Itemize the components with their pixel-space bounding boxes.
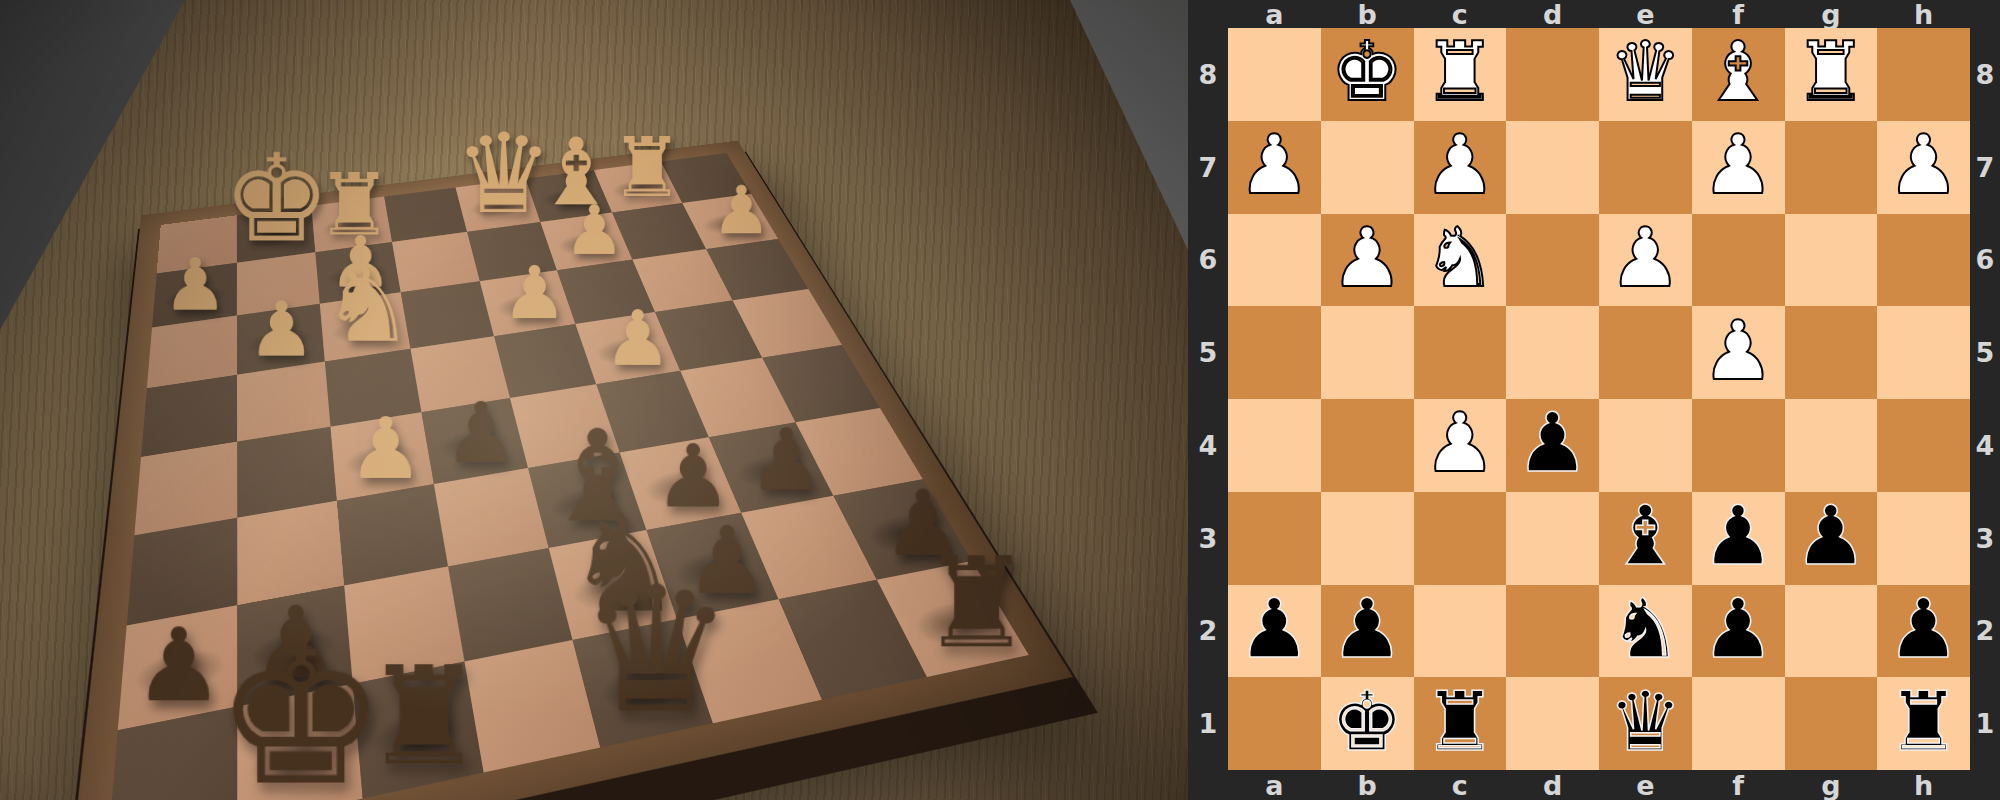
- square-a1[interactable]: [1228, 677, 1321, 770]
- photo-square-b8: ♚: [237, 206, 315, 263]
- file-label-bottom-e: e: [1599, 770, 1692, 800]
- square-e3[interactable]: ♝: [1599, 492, 1692, 585]
- rank-label-right-1: 1: [1970, 677, 2000, 770]
- corner-top-right: [1970, 0, 2000, 28]
- photo-black-rook: ♜: [920, 546, 1032, 661]
- rank-label-left-3: 3: [1188, 492, 1228, 585]
- square-d3[interactable]: [1506, 492, 1599, 585]
- file-label-top-d: d: [1506, 0, 1599, 28]
- white-rook-g8[interactable]: ♜: [1794, 31, 1868, 113]
- square-h8[interactable]: [1877, 28, 1970, 121]
- square-d2[interactable]: [1506, 585, 1599, 678]
- square-g1[interactable]: [1785, 677, 1878, 770]
- square-d7[interactable]: [1506, 121, 1599, 214]
- board-3d-grid: ♚♜♛♝♜♟♟♟♟♟♞♟♟♟♟♝♟♟♟♟♞♟♟♚♜♛♜: [107, 153, 1028, 800]
- square-g3[interactable]: ♟: [1785, 492, 1878, 585]
- rank-label-left-4: 4: [1188, 399, 1228, 492]
- file-label-bottom-f: f: [1692, 770, 1785, 800]
- file-label-bottom-d: d: [1506, 770, 1599, 800]
- square-h7[interactable]: ♟: [1877, 121, 1970, 214]
- square-c6[interactable]: ♞: [1414, 214, 1507, 307]
- photo-black-queen: ♛: [578, 571, 733, 731]
- white-pawn-e6[interactable]: ♟: [1609, 217, 1683, 299]
- square-f5[interactable]: ♟: [1692, 306, 1785, 399]
- square-h5[interactable]: [1877, 306, 1970, 399]
- square-g7[interactable]: [1785, 121, 1878, 214]
- square-h1[interactable]: ♜: [1877, 677, 1970, 770]
- square-d6[interactable]: [1506, 214, 1599, 307]
- square-f8[interactable]: ♝: [1692, 28, 1785, 121]
- photo-white-knight: ♞: [321, 257, 414, 352]
- photo-white-pawn: ♟: [564, 200, 625, 263]
- black-pawn-a2[interactable]: ♟: [1238, 588, 1312, 670]
- square-d1[interactable]: [1506, 677, 1599, 770]
- photo-black-pawn: ♟: [443, 396, 518, 473]
- rank-label-left-6: 6: [1188, 214, 1228, 307]
- file-label-top-a: a: [1228, 0, 1321, 28]
- black-queen-e1[interactable]: ♛: [1609, 681, 1683, 763]
- square-c3[interactable]: [1414, 492, 1507, 585]
- photo-square-b5: [237, 362, 330, 442]
- white-pawn-h7[interactable]: ♟: [1887, 124, 1961, 206]
- square-g2[interactable]: [1785, 585, 1878, 678]
- black-rook-c1[interactable]: ♜: [1423, 681, 1497, 763]
- white-pawn-f7[interactable]: ♟: [1701, 124, 1775, 206]
- square-c7[interactable]: ♟: [1414, 121, 1507, 214]
- file-label-bottom-a: a: [1228, 770, 1321, 800]
- photo-black-pawn: ♟: [133, 620, 224, 713]
- photo-square-b6: ♟: [237, 304, 325, 375]
- square-c5[interactable]: [1414, 306, 1507, 399]
- board-3d: ♚♜♛♝♜♟♟♟♟♟♞♟♟♟♟♝♟♟♟♟♞♟♟♚♜♛♜: [67, 141, 1073, 800]
- black-king-b1[interactable]: ♚: [1330, 681, 1404, 763]
- photo-square-c6: ♞: [320, 292, 411, 361]
- white-rook-c8[interactable]: ♜: [1423, 31, 1497, 113]
- square-b5[interactable]: [1321, 306, 1414, 399]
- photo-white-king: ♚: [222, 144, 331, 255]
- photo-white-pawn: ♟: [502, 260, 567, 327]
- screenshot-root: ♚♜♛♝♜♟♟♟♟♟♞♟♟♟♟♝♟♟♟♟♞♟♟♚♜♛♜ abcdefgh8♚♜♛…: [0, 0, 2000, 800]
- rank-label-right-4: 4: [1970, 399, 2000, 492]
- square-d8[interactable]: [1506, 28, 1599, 121]
- square-h3[interactable]: [1877, 492, 1970, 585]
- square-f4[interactable]: [1692, 399, 1785, 492]
- square-e7[interactable]: [1599, 121, 1692, 214]
- photo-square-e8: ♛: [456, 179, 541, 232]
- square-g8[interactable]: ♜: [1785, 28, 1878, 121]
- square-h6[interactable]: [1877, 214, 1970, 307]
- white-pawn-b6[interactable]: ♟: [1330, 217, 1404, 299]
- black-pawn-d4[interactable]: ♟: [1516, 402, 1590, 484]
- square-h4[interactable]: [1877, 399, 1970, 492]
- file-label-top-h: h: [1877, 0, 1970, 28]
- file-label-bottom-b: b: [1321, 770, 1414, 800]
- board-3d-scene: ♚♜♛♝♜♟♟♟♟♟♞♟♟♟♟♝♟♟♟♟♞♟♟♚♜♛♜: [0, 0, 1188, 800]
- black-bishop-e3[interactable]: ♝: [1609, 495, 1683, 577]
- square-a3[interactable]: [1228, 492, 1321, 585]
- photo-square-b4: [237, 427, 337, 518]
- black-pawn-f2[interactable]: ♟: [1701, 588, 1775, 670]
- photo-square-e1: ♛: [573, 619, 713, 747]
- white-pawn-c7[interactable]: ♟: [1423, 124, 1497, 206]
- square-b7[interactable]: [1321, 121, 1414, 214]
- square-b3[interactable]: [1321, 492, 1414, 585]
- square-a2[interactable]: ♟: [1228, 585, 1321, 678]
- photo-white-pawn: ♟: [711, 181, 771, 242]
- square-b4[interactable]: [1321, 399, 1414, 492]
- square-a5[interactable]: [1228, 306, 1321, 399]
- file-label-bottom-c: c: [1414, 770, 1507, 800]
- rank-label-left-7: 7: [1188, 121, 1228, 214]
- white-bishop-f8[interactable]: ♝: [1701, 31, 1775, 113]
- photo-square-c4: ♟: [331, 412, 434, 501]
- square-d5[interactable]: [1506, 306, 1599, 399]
- square-f3[interactable]: ♟: [1692, 492, 1785, 585]
- black-knight-e2[interactable]: ♞: [1609, 588, 1683, 670]
- square-a4[interactable]: [1228, 399, 1321, 492]
- rank-label-right-6: 6: [1970, 214, 2000, 307]
- square-g6[interactable]: [1785, 214, 1878, 307]
- square-e1[interactable]: ♛: [1599, 677, 1692, 770]
- black-pawn-b2[interactable]: ♟: [1330, 588, 1404, 670]
- square-e6[interactable]: ♟: [1599, 214, 1692, 307]
- square-e5[interactable]: [1599, 306, 1692, 399]
- photo-black-king: ♚: [213, 628, 387, 800]
- corner-bottom-right: [1970, 770, 2000, 800]
- black-rook-h1[interactable]: ♜: [1887, 681, 1961, 763]
- white-king-b8[interactable]: ♚: [1330, 31, 1404, 113]
- square-b8[interactable]: ♚: [1321, 28, 1414, 121]
- square-g5[interactable]: [1785, 306, 1878, 399]
- rank-label-right-3: 3: [1970, 492, 2000, 585]
- square-f1[interactable]: [1692, 677, 1785, 770]
- white-knight-c6[interactable]: ♞: [1423, 217, 1497, 299]
- photo-white-pawn: ♟: [603, 304, 671, 374]
- square-a6[interactable]: [1228, 214, 1321, 307]
- square-c8[interactable]: ♜: [1414, 28, 1507, 121]
- square-f7[interactable]: ♟: [1692, 121, 1785, 214]
- photo-panel: ♚♜♛♝♜♟♟♟♟♟♞♟♟♟♟♝♟♟♟♟♞♟♟♚♜♛♜: [0, 0, 1188, 800]
- square-c1[interactable]: ♜: [1414, 677, 1507, 770]
- photo-square-e6: ♟: [480, 270, 576, 336]
- square-h2[interactable]: ♟: [1877, 585, 1970, 678]
- black-pawn-g3[interactable]: ♟: [1794, 495, 1868, 577]
- square-c4[interactable]: ♟: [1414, 399, 1507, 492]
- square-a7[interactable]: ♟: [1228, 121, 1321, 214]
- photo-white-pawn: ♟: [347, 411, 423, 489]
- photo-white-queen: ♛: [454, 123, 553, 225]
- white-pawn-a7[interactable]: ♟: [1238, 124, 1312, 206]
- rank-label-left-8: 8: [1188, 28, 1228, 121]
- rank-label-right-5: 5: [1970, 306, 2000, 399]
- white-pawn-f5[interactable]: ♟: [1701, 310, 1775, 392]
- photo-white-pawn: ♟: [247, 296, 315, 366]
- square-e2[interactable]: ♞: [1599, 585, 1692, 678]
- black-pawn-f3[interactable]: ♟: [1701, 495, 1775, 577]
- photo-black-pawn: ♟: [748, 422, 825, 501]
- square-a8[interactable]: [1228, 28, 1321, 121]
- rank-label-left-5: 5: [1188, 306, 1228, 399]
- square-e4[interactable]: [1599, 399, 1692, 492]
- square-e8[interactable]: ♛: [1599, 28, 1692, 121]
- photo-square-d4: ♟: [421, 398, 528, 484]
- photo-square-b1: ♚: [237, 684, 362, 800]
- corner-top-left: [1188, 0, 1228, 28]
- square-d4[interactable]: ♟: [1506, 399, 1599, 492]
- square-g4[interactable]: [1785, 399, 1878, 492]
- rank-label-right-7: 7: [1970, 121, 2000, 214]
- rank-label-left-2: 2: [1188, 585, 1228, 678]
- photo-square-a7: ♟: [152, 263, 237, 328]
- diagram-panel: abcdefgh8♚♜♛♝♜87♟♟♟♟76♟♞♟65♟54♟♟43♝♟♟32♟…: [1188, 0, 2000, 800]
- rank-label-right-2: 2: [1970, 585, 2000, 678]
- file-label-bottom-h: h: [1877, 770, 1970, 800]
- rank-label-left-1: 1: [1188, 677, 1228, 770]
- rank-label-right-8: 8: [1970, 28, 2000, 121]
- square-f6[interactable]: [1692, 214, 1785, 307]
- corner-bottom-left: [1188, 770, 1228, 800]
- square-b2[interactable]: ♟: [1321, 585, 1414, 678]
- square-f2[interactable]: ♟: [1692, 585, 1785, 678]
- file-label-bottom-g: g: [1785, 770, 1878, 800]
- square-b1[interactable]: ♚: [1321, 677, 1414, 770]
- square-b6[interactable]: ♟: [1321, 214, 1414, 307]
- photo-white-pawn: ♟: [163, 253, 228, 319]
- white-queen-e8[interactable]: ♛: [1609, 31, 1683, 113]
- white-pawn-c4[interactable]: ♟: [1423, 402, 1497, 484]
- square-c2[interactable]: [1414, 585, 1507, 678]
- black-pawn-h2[interactable]: ♟: [1887, 588, 1961, 670]
